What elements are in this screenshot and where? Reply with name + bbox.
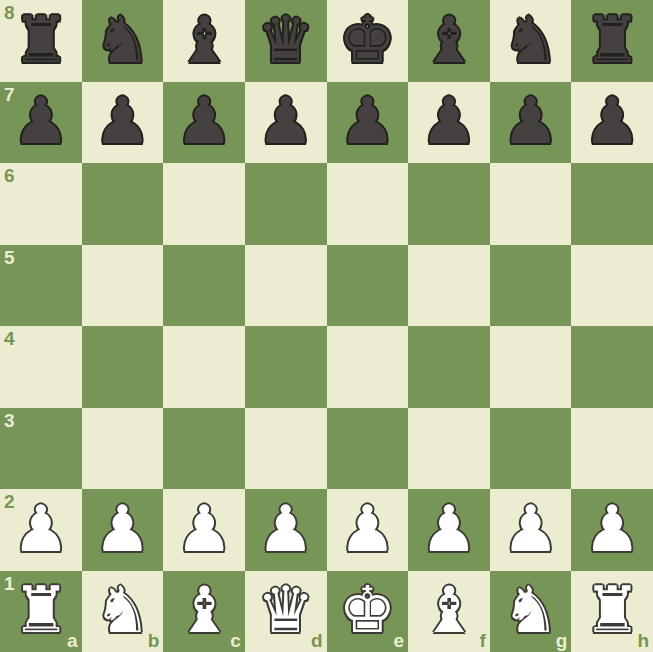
square-f7[interactable]: ♟ <box>408 82 490 164</box>
square-b8[interactable]: ♞ <box>82 0 164 82</box>
square-a1[interactable]: 1a♜ <box>0 571 82 652</box>
piece-white-pawn[interactable]: ♟ <box>257 497 314 561</box>
piece-white-pawn[interactable]: ♟ <box>584 497 641 561</box>
square-h5[interactable] <box>571 245 653 327</box>
square-d7[interactable]: ♟ <box>245 82 327 164</box>
square-g7[interactable]: ♟ <box>490 82 572 164</box>
piece-white-pawn[interactable]: ♟ <box>12 497 69 561</box>
square-h8[interactable]: ♜ <box>571 0 653 82</box>
square-g1[interactable]: g♞ <box>490 571 572 652</box>
piece-white-king[interactable]: ♚ <box>339 578 396 642</box>
square-d8[interactable]: ♛ <box>245 0 327 82</box>
square-e6[interactable] <box>327 163 409 245</box>
piece-black-queen[interactable]: ♛ <box>257 8 314 72</box>
square-e4[interactable] <box>327 326 409 408</box>
piece-white-pawn[interactable]: ♟ <box>339 497 396 561</box>
square-c7[interactable]: ♟ <box>163 82 245 164</box>
piece-black-knight[interactable]: ♞ <box>94 8 151 72</box>
square-a3[interactable]: 3 <box>0 408 82 490</box>
piece-white-pawn[interactable]: ♟ <box>420 497 477 561</box>
square-g2[interactable]: ♟ <box>490 489 572 571</box>
square-b1[interactable]: b♞ <box>82 571 164 652</box>
square-a5[interactable]: 5 <box>0 245 82 327</box>
square-c5[interactable] <box>163 245 245 327</box>
rank-label-6: 6 <box>4 166 15 185</box>
square-h1[interactable]: h♜ <box>571 571 653 652</box>
square-h3[interactable] <box>571 408 653 490</box>
square-a8[interactable]: 8♜ <box>0 0 82 82</box>
chess-board: 8♜♞♝♛♚♝♞♜7♟♟♟♟♟♟♟♟65432♟♟♟♟♟♟♟♟1a♜b♞c♝d♛… <box>0 0 653 652</box>
square-g6[interactable] <box>490 163 572 245</box>
piece-white-rook[interactable]: ♜ <box>584 578 641 642</box>
square-h2[interactable]: ♟ <box>571 489 653 571</box>
piece-black-pawn[interactable]: ♟ <box>94 89 151 153</box>
piece-black-pawn[interactable]: ♟ <box>12 89 69 153</box>
square-e5[interactable] <box>327 245 409 327</box>
square-f6[interactable] <box>408 163 490 245</box>
square-f5[interactable] <box>408 245 490 327</box>
square-a6[interactable]: 6 <box>0 163 82 245</box>
file-label-f: f <box>479 631 485 650</box>
square-d6[interactable] <box>245 163 327 245</box>
piece-black-pawn[interactable]: ♟ <box>257 89 314 153</box>
square-e1[interactable]: e♚ <box>327 571 409 652</box>
square-f4[interactable] <box>408 326 490 408</box>
piece-white-knight[interactable]: ♞ <box>502 578 559 642</box>
square-f3[interactable] <box>408 408 490 490</box>
piece-black-rook[interactable]: ♜ <box>12 8 69 72</box>
piece-black-bishop[interactable]: ♝ <box>175 8 232 72</box>
piece-black-bishop[interactable]: ♝ <box>420 8 477 72</box>
piece-white-bishop[interactable]: ♝ <box>420 578 477 642</box>
square-b3[interactable] <box>82 408 164 490</box>
square-h7[interactable]: ♟ <box>571 82 653 164</box>
piece-black-pawn[interactable]: ♟ <box>584 89 641 153</box>
square-e3[interactable] <box>327 408 409 490</box>
square-d2[interactable]: ♟ <box>245 489 327 571</box>
square-b7[interactable]: ♟ <box>82 82 164 164</box>
piece-black-pawn[interactable]: ♟ <box>420 89 477 153</box>
piece-white-pawn[interactable]: ♟ <box>94 497 151 561</box>
square-d5[interactable] <box>245 245 327 327</box>
square-c8[interactable]: ♝ <box>163 0 245 82</box>
square-h6[interactable] <box>571 163 653 245</box>
piece-black-knight[interactable]: ♞ <box>502 8 559 72</box>
square-a7[interactable]: 7♟ <box>0 82 82 164</box>
rank-label-3: 3 <box>4 411 15 430</box>
square-g5[interactable] <box>490 245 572 327</box>
piece-white-queen[interactable]: ♛ <box>257 578 314 642</box>
square-g4[interactable] <box>490 326 572 408</box>
piece-white-rook[interactable]: ♜ <box>12 578 69 642</box>
square-f2[interactable]: ♟ <box>408 489 490 571</box>
piece-black-pawn[interactable]: ♟ <box>175 89 232 153</box>
square-g8[interactable]: ♞ <box>490 0 572 82</box>
square-d3[interactable] <box>245 408 327 490</box>
square-b5[interactable] <box>82 245 164 327</box>
piece-black-pawn[interactable]: ♟ <box>339 89 396 153</box>
piece-white-pawn[interactable]: ♟ <box>175 497 232 561</box>
square-h4[interactable] <box>571 326 653 408</box>
rank-label-5: 5 <box>4 248 15 267</box>
piece-white-pawn[interactable]: ♟ <box>502 497 559 561</box>
square-c2[interactable]: ♟ <box>163 489 245 571</box>
square-g3[interactable] <box>490 408 572 490</box>
square-b2[interactable]: ♟ <box>82 489 164 571</box>
piece-black-pawn[interactable]: ♟ <box>502 89 559 153</box>
square-e8[interactable]: ♚ <box>327 0 409 82</box>
square-d4[interactable] <box>245 326 327 408</box>
square-c6[interactable] <box>163 163 245 245</box>
piece-black-king[interactable]: ♚ <box>339 8 396 72</box>
square-c4[interactable] <box>163 326 245 408</box>
square-c1[interactable]: c♝ <box>163 571 245 652</box>
square-c3[interactable] <box>163 408 245 490</box>
square-b4[interactable] <box>82 326 164 408</box>
square-d1[interactable]: d♛ <box>245 571 327 652</box>
square-f8[interactable]: ♝ <box>408 0 490 82</box>
piece-white-knight[interactable]: ♞ <box>94 578 151 642</box>
square-a2[interactable]: 2♟ <box>0 489 82 571</box>
piece-black-rook[interactable]: ♜ <box>584 8 641 72</box>
square-e7[interactable]: ♟ <box>327 82 409 164</box>
piece-white-bishop[interactable]: ♝ <box>175 578 232 642</box>
square-f1[interactable]: f♝ <box>408 571 490 652</box>
square-b6[interactable] <box>82 163 164 245</box>
rank-label-4: 4 <box>4 329 15 348</box>
square-a4[interactable]: 4 <box>0 326 82 408</box>
square-e2[interactable]: ♟ <box>327 489 409 571</box>
